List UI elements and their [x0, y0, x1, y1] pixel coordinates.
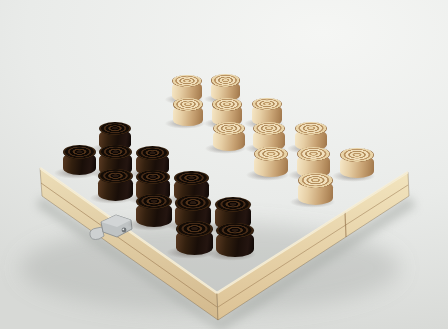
product-photo-checkers-set: ABCDEFGH12345678 [0, 0, 448, 329]
box-body-and-shadow [0, 0, 448, 329]
